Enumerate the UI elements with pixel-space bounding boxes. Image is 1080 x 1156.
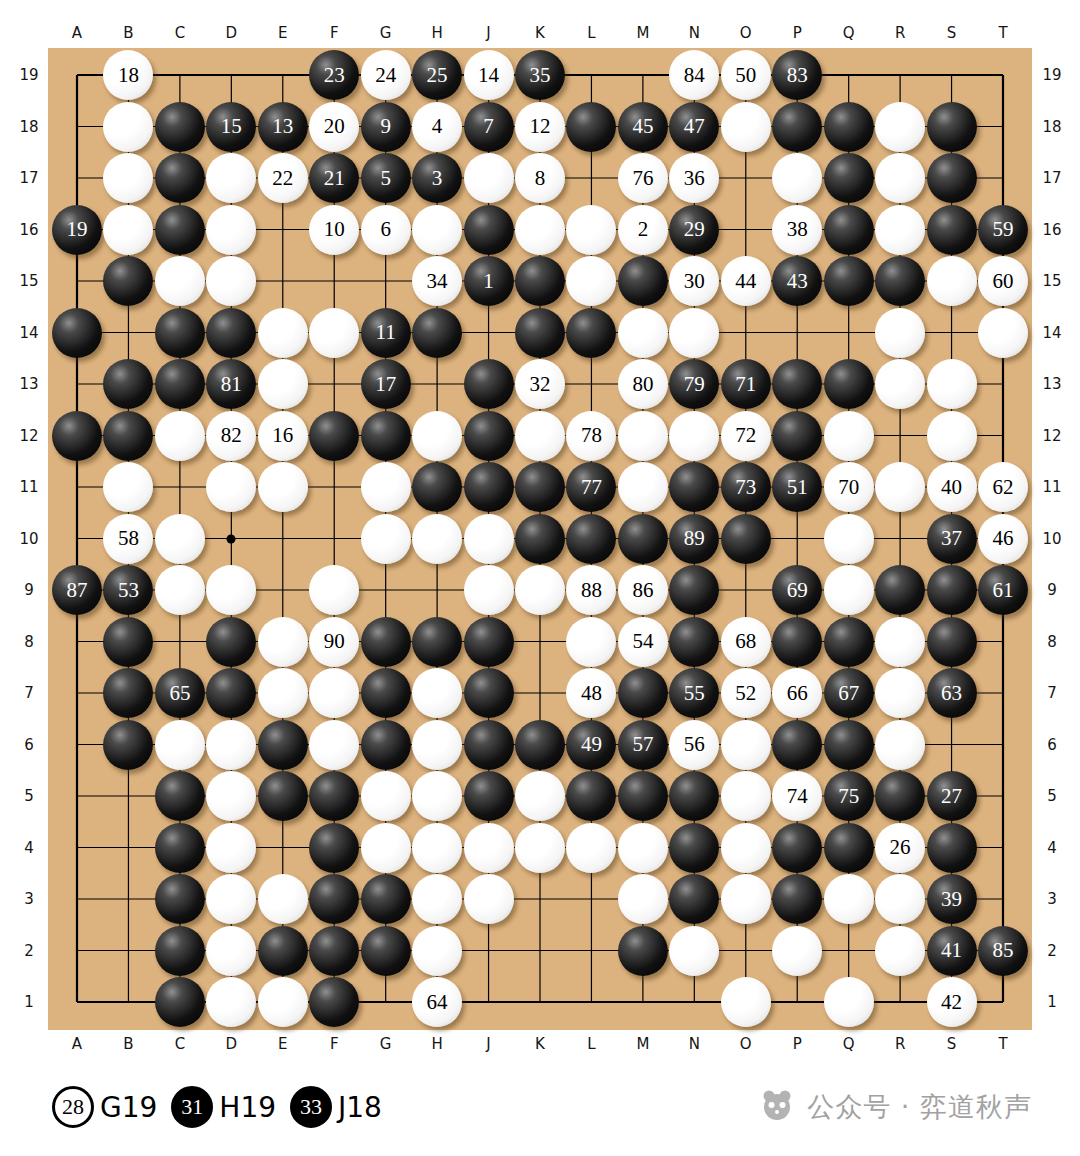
move-number: 85 (993, 940, 1014, 961)
move-number: 82 (221, 425, 242, 446)
white-stone-R4: 26 (875, 823, 925, 873)
column-label-bottom-A: A (72, 1035, 82, 1053)
white-stone-D11 (206, 462, 256, 512)
move-number: 47 (684, 116, 705, 137)
move-number: 5 (380, 168, 391, 189)
white-stone-G16: 6 (361, 205, 411, 255)
white-stone-M11 (618, 462, 668, 512)
move-number: 14 (478, 65, 499, 86)
black-stone-B13 (103, 359, 153, 409)
column-label-top-R: R (895, 24, 905, 42)
row-label-right-8: 8 (1047, 633, 1057, 651)
move-number: 46 (993, 528, 1014, 549)
move-number: 76 (632, 168, 653, 189)
white-stone-B19: 18 (103, 50, 153, 100)
column-label-bottom-K: K (535, 1035, 545, 1053)
move-number: 74 (787, 786, 808, 807)
move-number: 45 (632, 116, 653, 137)
white-stone-S1: 42 (927, 977, 977, 1027)
move-number: 4 (432, 116, 443, 137)
white-stone-R13 (875, 359, 925, 409)
black-stone-B9: 53 (103, 565, 153, 615)
white-stone-R3 (875, 874, 925, 924)
black-stone-Q18 (824, 102, 874, 152)
move-number: 54 (632, 631, 653, 652)
black-stone-N3 (669, 874, 719, 924)
black-stone-N13: 79 (669, 359, 719, 409)
white-stone-H4 (412, 823, 462, 873)
white-stone-B10: 58 (103, 514, 153, 564)
white-stone-E8 (258, 617, 308, 667)
white-stone-C6 (155, 720, 205, 770)
white-stone-D12: 82 (206, 411, 256, 461)
black-stone-S3: 39 (927, 874, 977, 924)
move-number: 25 (427, 65, 448, 86)
white-stone-H1: 64 (412, 977, 462, 1027)
move-number: 68 (735, 631, 756, 652)
black-stone-E5 (258, 771, 308, 821)
row-label-left-1: 1 (24, 993, 34, 1011)
column-label-top-E: E (278, 24, 287, 42)
column-label-top-J: J (486, 24, 490, 42)
black-stone-C2 (155, 926, 205, 976)
column-label-bottom-B: B (123, 1035, 133, 1053)
row-label-left-5: 5 (24, 787, 34, 805)
black-stone-M2 (618, 926, 668, 976)
black-stone-M7 (618, 668, 668, 718)
white-stone-F16: 10 (309, 205, 359, 255)
page: AABBCCDDEEFFGGHHJJKKLLMMNNOOPPQQRRSSTT19… (0, 0, 1080, 1156)
white-stone-D17 (206, 153, 256, 203)
black-stone-F1 (309, 977, 359, 1027)
row-label-right-7: 7 (1047, 684, 1057, 702)
column-label-top-K: K (535, 24, 545, 42)
move-number: 10 (324, 219, 345, 240)
white-stone-P7: 66 (772, 668, 822, 718)
white-stone-H12 (412, 411, 462, 461)
white-stone-N12 (669, 411, 719, 461)
row-label-left-13: 13 (19, 375, 38, 393)
black-stone-J7 (464, 668, 514, 718)
white-stone-K16 (515, 205, 565, 255)
column-label-bottom-J: J (486, 1035, 490, 1053)
move-number: 48 (581, 683, 602, 704)
column-label-top-T: T (998, 24, 1007, 42)
white-stone-O4 (721, 823, 771, 873)
white-stone-E13 (258, 359, 308, 409)
black-stone-B6 (103, 720, 153, 770)
move-number: 67 (838, 683, 859, 704)
column-label-bottom-H: H (431, 1035, 442, 1053)
move-number: 55 (684, 683, 705, 704)
black-stone-K6 (515, 720, 565, 770)
row-label-left-17: 17 (19, 169, 38, 187)
black-stone-E18: 13 (258, 102, 308, 152)
row-label-right-15: 15 (1042, 272, 1061, 290)
column-label-top-G: G (380, 24, 392, 42)
white-stone-H7 (412, 668, 462, 718)
row-label-left-2: 2 (24, 942, 34, 960)
black-stone-A14 (52, 308, 102, 358)
move-number: 52 (735, 683, 756, 704)
black-stone-P3 (772, 874, 822, 924)
move-number: 75 (838, 786, 859, 807)
move-number: 53 (118, 580, 139, 601)
white-stone-Q11: 70 (824, 462, 874, 512)
move-number: 7 (483, 116, 494, 137)
black-stone-N18: 47 (669, 102, 719, 152)
row-label-right-4: 4 (1047, 839, 1057, 857)
black-stone-G2 (361, 926, 411, 976)
black-stone-N16: 29 (669, 205, 719, 255)
move-number: 69 (787, 580, 808, 601)
column-label-bottom-E: E (278, 1035, 287, 1053)
black-stone-K14 (515, 308, 565, 358)
white-stone-D9 (206, 565, 256, 615)
watermark-text: 公众号 · 弈道秋声 (807, 1089, 1032, 1125)
black-stone-G14: 11 (361, 308, 411, 358)
row-label-right-11: 11 (1042, 478, 1061, 496)
move-number: 44 (735, 271, 756, 292)
black-stone-T2: 85 (978, 926, 1028, 976)
white-stone-M13: 80 (618, 359, 668, 409)
white-stone-C12 (155, 411, 205, 461)
white-stone-F7 (309, 668, 359, 718)
row-label-right-19: 19 (1042, 66, 1061, 84)
move-number: 41 (941, 940, 962, 961)
black-stone-M10 (618, 514, 668, 564)
move-number: 51 (787, 477, 808, 498)
move-number: 79 (684, 374, 705, 395)
row-label-left-15: 15 (19, 272, 38, 290)
column-label-top-A: A (72, 24, 82, 42)
white-stone-E11 (258, 462, 308, 512)
white-stone-M8: 54 (618, 617, 668, 667)
white-stone-J4 (464, 823, 514, 873)
white-stone-L7: 48 (566, 668, 616, 718)
black-stone-G7 (361, 668, 411, 718)
white-stone-Q12 (824, 411, 874, 461)
black-stone-J6 (464, 720, 514, 770)
black-stone-J18: 7 (464, 102, 514, 152)
white-stone-H5 (412, 771, 462, 821)
black-stone-C18 (155, 102, 205, 152)
move-number: 20 (324, 116, 345, 137)
row-label-right-12: 12 (1042, 427, 1061, 445)
column-label-top-H: H (431, 24, 442, 42)
black-stone-G3 (361, 874, 411, 924)
move-number: 29 (684, 219, 705, 240)
black-stone-H17: 3 (412, 153, 462, 203)
white-stone-K18: 12 (515, 102, 565, 152)
black-stone-P19: 83 (772, 50, 822, 100)
white-stone-G10 (361, 514, 411, 564)
move-number: 66 (787, 683, 808, 704)
move-number: 8 (535, 168, 546, 189)
black-stone-N7: 55 (669, 668, 719, 718)
black-stone-Q4 (824, 823, 874, 873)
column-label-top-N: N (689, 24, 700, 42)
move-number: 40 (941, 477, 962, 498)
white-stone-N15: 30 (669, 256, 719, 306)
black-stone-K11 (515, 462, 565, 512)
black-stone-P13 (772, 359, 822, 409)
row-label-right-10: 10 (1042, 530, 1061, 548)
white-stone-E17: 22 (258, 153, 308, 203)
black-stone-L10 (566, 514, 616, 564)
move-number: 81 (221, 374, 242, 395)
white-stone-D6 (206, 720, 256, 770)
column-label-bottom-M: M (636, 1035, 649, 1053)
move-number: 39 (941, 889, 962, 910)
black-stone-C4 (155, 823, 205, 873)
black-stone-P8 (772, 617, 822, 667)
move-number: 3 (432, 168, 443, 189)
black-stone-M15 (618, 256, 668, 306)
move-number: 21 (324, 168, 345, 189)
move-number: 23 (324, 65, 345, 86)
black-stone-S7: 63 (927, 668, 977, 718)
white-stone-K4 (515, 823, 565, 873)
white-stone-R17 (875, 153, 925, 203)
white-stone-T15: 60 (978, 256, 1028, 306)
move-number: 35 (530, 65, 551, 86)
black-stone-F19: 23 (309, 50, 359, 100)
move-number: 37 (941, 528, 962, 549)
column-label-top-P: P (793, 24, 802, 42)
black-stone-Q7: 67 (824, 668, 874, 718)
white-stone-K17: 8 (515, 153, 565, 203)
annotation-point-H19: H19 (219, 1091, 276, 1124)
white-stone-P2 (772, 926, 822, 976)
black-stone-P12 (772, 411, 822, 461)
move-number: 30 (684, 271, 705, 292)
move-number: 2 (638, 219, 649, 240)
black-stone-D18: 15 (206, 102, 256, 152)
white-stone-T11: 62 (978, 462, 1028, 512)
column-label-top-F: F (330, 24, 339, 42)
black-stone-J13 (464, 359, 514, 409)
black-stone-S18 (927, 102, 977, 152)
white-stone-N6: 56 (669, 720, 719, 770)
move-number: 84 (684, 65, 705, 86)
black-stone-G18: 9 (361, 102, 411, 152)
white-stone-O18 (721, 102, 771, 152)
black-stone-C1 (155, 977, 205, 1027)
white-stone-C10 (155, 514, 205, 564)
move-number: 83 (787, 65, 808, 86)
black-stone-M6: 57 (618, 720, 668, 770)
black-stone-F5 (309, 771, 359, 821)
move-number: 11 (376, 322, 396, 343)
white-stone-F9 (309, 565, 359, 615)
move-number: 62 (993, 477, 1014, 498)
black-stone-E2 (258, 926, 308, 976)
black-stone-J16 (464, 205, 514, 255)
black-stone-Q16 (824, 205, 874, 255)
white-stone-E14 (258, 308, 308, 358)
white-stone-M16: 2 (618, 205, 668, 255)
column-label-top-D: D (226, 24, 238, 42)
white-stone-H16 (412, 205, 462, 255)
white-stone-R16 (875, 205, 925, 255)
black-stone-R5 (875, 771, 925, 821)
column-label-top-L: L (587, 24, 595, 42)
white-stone-G5 (361, 771, 411, 821)
black-stone-G8 (361, 617, 411, 667)
white-stone-B16 (103, 205, 153, 255)
black-stone-S17 (927, 153, 977, 203)
row-label-left-19: 19 (19, 66, 38, 84)
row-label-left-7: 7 (24, 684, 34, 702)
annotation-stone-31: 31 (171, 1086, 213, 1128)
column-label-top-C: C (175, 24, 185, 42)
white-stone-L4 (566, 823, 616, 873)
white-stone-P5: 74 (772, 771, 822, 821)
black-stone-C17 (155, 153, 205, 203)
white-stone-M4 (618, 823, 668, 873)
white-stone-N17: 36 (669, 153, 719, 203)
move-number: 15 (221, 116, 242, 137)
move-number: 34 (427, 271, 448, 292)
white-stone-J9 (464, 565, 514, 615)
black-stone-M18: 45 (618, 102, 668, 152)
white-stone-M17: 76 (618, 153, 668, 203)
black-stone-L6: 49 (566, 720, 616, 770)
white-stone-Q10 (824, 514, 874, 564)
black-stone-T9: 61 (978, 565, 1028, 615)
panda-logo-icon (757, 1088, 797, 1126)
black-stone-D13: 81 (206, 359, 256, 409)
row-label-left-18: 18 (19, 118, 38, 136)
move-number: 60 (993, 271, 1014, 292)
white-stone-O5 (721, 771, 771, 821)
black-stone-M5 (618, 771, 668, 821)
white-stone-G11 (361, 462, 411, 512)
white-stone-O3 (721, 874, 771, 924)
black-stone-C14 (155, 308, 205, 358)
white-stone-O12: 72 (721, 411, 771, 461)
row-label-right-3: 3 (1047, 890, 1057, 908)
white-stone-M3 (618, 874, 668, 924)
white-stone-D4 (206, 823, 256, 873)
column-label-bottom-C: C (175, 1035, 185, 1053)
black-stone-F17: 21 (309, 153, 359, 203)
row-label-right-2: 2 (1047, 942, 1057, 960)
black-stone-C3 (155, 874, 205, 924)
move-number: 70 (838, 477, 859, 498)
black-stone-A16: 19 (52, 205, 102, 255)
white-stone-L8 (566, 617, 616, 667)
black-stone-N8 (669, 617, 719, 667)
white-stone-N19: 84 (669, 50, 719, 100)
black-stone-R15 (875, 256, 925, 306)
black-stone-Q17 (824, 153, 874, 203)
white-stone-R8 (875, 617, 925, 667)
black-stone-F2 (309, 926, 359, 976)
black-stone-S5: 27 (927, 771, 977, 821)
row-label-left-4: 4 (24, 839, 34, 857)
move-number: 38 (787, 219, 808, 240)
row-label-left-16: 16 (19, 221, 38, 239)
move-number: 87 (67, 580, 88, 601)
column-label-bottom-N: N (689, 1035, 700, 1053)
black-stone-G6 (361, 720, 411, 770)
white-stone-M12 (618, 411, 668, 461)
move-annotations: 28G1931H1933J18 (52, 1080, 396, 1134)
move-number: 19 (67, 219, 88, 240)
black-stone-P15: 43 (772, 256, 822, 306)
black-stone-P11: 51 (772, 462, 822, 512)
black-stone-C5 (155, 771, 205, 821)
white-stone-P17 (772, 153, 822, 203)
column-label-bottom-T: T (998, 1035, 1007, 1053)
black-stone-L18 (566, 102, 616, 152)
white-stone-Q9 (824, 565, 874, 615)
black-stone-Q6 (824, 720, 874, 770)
row-label-left-9: 9 (24, 581, 34, 599)
move-number: 73 (735, 477, 756, 498)
white-stone-E12: 16 (258, 411, 308, 461)
row-label-right-6: 6 (1047, 736, 1057, 754)
black-stone-O10 (721, 514, 771, 564)
black-stone-A12 (52, 411, 102, 461)
white-stone-K13: 32 (515, 359, 565, 409)
black-stone-H11 (412, 462, 462, 512)
white-stone-J3 (464, 874, 514, 924)
move-number: 89 (684, 528, 705, 549)
black-stone-A9: 87 (52, 565, 102, 615)
black-stone-B8 (103, 617, 153, 667)
move-number: 49 (581, 734, 602, 755)
white-stone-Q3 (824, 874, 874, 924)
white-stone-O6 (721, 720, 771, 770)
white-stone-L12: 78 (566, 411, 616, 461)
black-stone-S10: 37 (927, 514, 977, 564)
white-stone-O15: 44 (721, 256, 771, 306)
row-label-left-10: 10 (19, 530, 38, 548)
row-label-right-17: 17 (1042, 169, 1061, 187)
black-stone-N4 (669, 823, 719, 873)
white-stone-O1 (721, 977, 771, 1027)
white-stone-B17 (103, 153, 153, 203)
black-stone-S16 (927, 205, 977, 255)
white-stone-N14 (669, 308, 719, 358)
black-stone-D14 (206, 308, 256, 358)
black-stone-J12 (464, 411, 514, 461)
black-stone-B7 (103, 668, 153, 718)
black-stone-F3 (309, 874, 359, 924)
watermark: 公众号 · 弈道秋声 (757, 1088, 1032, 1126)
white-stone-D5 (206, 771, 256, 821)
white-stone-S12 (927, 411, 977, 461)
column-label-top-M: M (636, 24, 649, 42)
black-stone-S9 (927, 565, 977, 615)
white-stone-C9 (155, 565, 205, 615)
black-stone-P9: 69 (772, 565, 822, 615)
white-stone-F14 (309, 308, 359, 358)
black-stone-Q15 (824, 256, 874, 306)
move-number: 13 (272, 116, 293, 137)
white-stone-G4 (361, 823, 411, 873)
white-stone-D15 (206, 256, 256, 306)
move-number: 1 (483, 271, 494, 292)
column-label-bottom-L: L (587, 1035, 595, 1053)
white-stone-R11 (875, 462, 925, 512)
black-stone-T16: 59 (978, 205, 1028, 255)
white-stone-M14 (618, 308, 668, 358)
black-stone-J5 (464, 771, 514, 821)
